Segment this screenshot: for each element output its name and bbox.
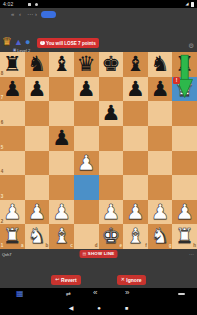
warning-icon: ! xyxy=(40,41,45,46)
file-label: b xyxy=(46,244,49,249)
piece-white-pawn: ♟ xyxy=(148,200,173,225)
actions-row: ↩ Revert ✕ Ignore xyxy=(0,259,197,288)
lose-points-text: You will LOSE 7 points xyxy=(46,41,96,46)
nav-next-icon[interactable]: › xyxy=(35,11,37,17)
square-b5[interactable] xyxy=(25,126,50,151)
square-a3[interactable]: 3 xyxy=(0,175,25,200)
square-a2[interactable]: ♟2 xyxy=(0,200,25,225)
piece-white-pawn: ♟ xyxy=(74,151,99,176)
piece-white-pawn: ♟ xyxy=(0,200,25,225)
nav-first-icon[interactable]: « xyxy=(11,11,14,17)
clock: 4:02 xyxy=(3,1,14,7)
square-g3[interactable] xyxy=(148,175,173,200)
square-g2[interactable]: ♟ xyxy=(148,200,173,225)
square-g6[interactable] xyxy=(148,101,173,126)
sphere-icon[interactable]: ● xyxy=(25,38,30,47)
square-h8[interactable]: ♜ xyxy=(172,52,197,77)
square-f7[interactable]: ♟ xyxy=(123,77,148,102)
square-c3[interactable] xyxy=(49,175,74,200)
square-b4[interactable] xyxy=(25,151,50,176)
square-e4[interactable] xyxy=(99,151,124,176)
square-c8[interactable]: ♝ xyxy=(49,52,74,77)
piece-white-pawn: ♟ xyxy=(172,200,197,225)
wifi-icon: ◢ xyxy=(185,2,188,6)
phone-screen: 4:02 ◢ « ‹ ⋯ › ♛ ▲ ● ▣ Level 2 ! You wil… xyxy=(0,0,197,315)
piece-black-king: ♚ xyxy=(99,52,124,77)
chess-board: ♜8♞♝♛♚♝♞♜♟7♟♟♟♟♛6♟5♟4♟3♟2♟♟♟♟♟♟♜1a♞b♝cd♚… xyxy=(0,52,197,249)
square-b7[interactable]: ♟ xyxy=(25,77,50,102)
revert-icon: ↩ xyxy=(55,277,59,282)
android-nav-bar: ◀ ● ■ xyxy=(0,300,197,315)
square-e8[interactable]: ♚ xyxy=(99,52,124,77)
control-bar: ▦ ⇄ « » xyxy=(0,288,197,300)
show-line-button[interactable]: ▤ SHOW LINE xyxy=(79,250,118,259)
piece-white-bishop: ♝ xyxy=(123,224,148,249)
square-b2[interactable]: ♟ xyxy=(25,200,50,225)
app-header: « ‹ ⋯ › ♛ ▲ ● ▣ Level 2 ! You will LOSE … xyxy=(0,8,197,52)
square-g7[interactable]: ♟ xyxy=(148,77,173,102)
square-g5[interactable] xyxy=(148,126,173,151)
board-grid: ♜8♞♝♛♚♝♞♜♟7♟♟♟♟♛6♟5♟4♟3♟2♟♟♟♟♟♟♜1a♞b♝cd♚… xyxy=(0,52,197,249)
file-label: h xyxy=(193,244,196,249)
square-h2[interactable]: ♟ xyxy=(172,200,197,225)
square-b6[interactable] xyxy=(25,101,50,126)
overflow-icon[interactable]: ⋯ xyxy=(189,252,194,257)
square-g4[interactable] xyxy=(148,151,173,176)
threat-alert-badge: ! xyxy=(173,77,180,84)
square-e2[interactable]: ♟ xyxy=(99,200,124,225)
android-home-button[interactable]: ● xyxy=(97,305,101,311)
primary-pill-button[interactable] xyxy=(41,11,56,18)
piece-white-pawn: ♟ xyxy=(123,200,148,225)
square-c1[interactable]: ♝c xyxy=(49,224,74,249)
piece-black-pawn: ♟ xyxy=(74,77,99,102)
square-h3[interactable] xyxy=(172,175,197,200)
android-back-button[interactable]: ◀ xyxy=(69,305,74,311)
piece-black-pawn: ♟ xyxy=(0,77,25,102)
square-h6[interactable] xyxy=(172,101,197,126)
square-a5[interactable]: 5 xyxy=(0,126,25,151)
android-recents-button[interactable]: ■ xyxy=(125,305,128,311)
square-f8[interactable]: ♝ xyxy=(123,52,148,77)
piece-black-queen: ♛ xyxy=(74,52,99,77)
square-f2[interactable]: ♟ xyxy=(123,200,148,225)
piece-black-knight: ♞ xyxy=(25,52,50,77)
square-a8[interactable]: ♜8 xyxy=(0,52,25,77)
piece-black-pawn: ♟ xyxy=(123,77,148,102)
square-f5[interactable] xyxy=(123,126,148,151)
square-h5[interactable] xyxy=(172,126,197,151)
file-label: f xyxy=(145,244,147,249)
square-b3[interactable] xyxy=(25,175,50,200)
piece-black-rook: ♜ xyxy=(172,52,197,77)
square-e1[interactable]: ♚e xyxy=(99,224,124,249)
piece-black-rook: ♜ xyxy=(0,52,25,77)
forward-icon[interactable]: » xyxy=(125,289,129,297)
file-label: e xyxy=(120,244,123,249)
square-b8[interactable]: ♞ xyxy=(25,52,50,77)
flip-board-icon[interactable]: ⇄ xyxy=(66,291,71,297)
square-d5[interactable] xyxy=(74,126,99,151)
piece-black-pawn: ♟ xyxy=(49,126,74,151)
square-g8[interactable]: ♞ xyxy=(148,52,173,77)
square-c7[interactable] xyxy=(49,77,74,102)
ignore-icon: ✕ xyxy=(121,277,125,282)
piece-white-pawn: ♟ xyxy=(49,200,74,225)
file-label: g xyxy=(169,244,172,249)
board-subbar: Qxh7 ▤ SHOW LINE ⋯ xyxy=(0,249,197,259)
square-a7[interactable]: ♟7 xyxy=(0,77,25,102)
gear-icon[interactable]: ⚙ xyxy=(188,43,194,50)
square-c5[interactable]: ♟ xyxy=(49,126,74,151)
grid-icon[interactable]: ▦ xyxy=(16,290,24,298)
hide-bar-handle[interactable] xyxy=(178,293,185,295)
piece-white-pawn: ♟ xyxy=(25,200,50,225)
notification-icon xyxy=(35,3,38,6)
square-d1[interactable]: d xyxy=(74,224,99,249)
square-d8[interactable]: ♛ xyxy=(74,52,99,77)
show-line-icon: ▤ xyxy=(83,252,87,256)
piece-black-bishop: ♝ xyxy=(123,52,148,77)
piece-black-pawn: ♟ xyxy=(148,77,173,102)
square-f4[interactable] xyxy=(123,151,148,176)
square-a1[interactable]: ♜1a xyxy=(0,224,25,249)
piece-black-bishop: ♝ xyxy=(49,52,74,77)
notification-icon xyxy=(28,3,31,6)
rewind-icon[interactable]: « xyxy=(93,289,97,297)
status-bar: 4:02 ◢ xyxy=(0,0,197,8)
square-c2[interactable]: ♟ xyxy=(49,200,74,225)
piece-black-pawn: ♟ xyxy=(25,77,50,102)
square-f1[interactable]: ♝f xyxy=(123,224,148,249)
square-e6[interactable]: ♟ xyxy=(99,101,124,126)
square-b1[interactable]: ♞b xyxy=(25,224,50,249)
square-a6[interactable]: 6 xyxy=(0,101,25,126)
lose-points-badge: ! You will LOSE 7 points xyxy=(37,38,99,48)
piece-black-pawn: ♟ xyxy=(99,101,124,126)
square-e5[interactable] xyxy=(99,126,124,151)
triangle-icon[interactable]: ▲ xyxy=(14,38,23,47)
square-d3[interactable] xyxy=(74,175,99,200)
square-c6[interactable] xyxy=(49,101,74,126)
square-h4[interactable] xyxy=(172,151,197,176)
square-e3[interactable] xyxy=(99,175,124,200)
square-a4[interactable]: 4 xyxy=(0,151,25,176)
square-d7[interactable]: ♟ xyxy=(74,77,99,102)
revert-button[interactable]: ↩ Revert xyxy=(51,275,80,286)
square-d6[interactable] xyxy=(74,101,99,126)
square-d4[interactable]: ♟ xyxy=(74,151,99,176)
ignore-button[interactable]: ✕ Ignore xyxy=(117,275,146,286)
square-d2[interactable] xyxy=(74,200,99,225)
square-f3[interactable] xyxy=(123,175,148,200)
piece-white-pawn: ♟ xyxy=(99,200,124,225)
trophy-icon: ♛ xyxy=(2,36,12,47)
square-h1[interactable]: ♜h xyxy=(172,224,197,249)
file-label: a xyxy=(21,244,24,249)
nav-prev-icon[interactable]: ‹ xyxy=(19,11,21,17)
file-label: c xyxy=(70,244,73,249)
battery-icon xyxy=(191,2,195,7)
file-label: d xyxy=(95,244,98,249)
move-text: Qxh7 xyxy=(2,252,12,257)
nav-more-icon[interactable]: ⋯ xyxy=(27,11,33,17)
square-g1[interactable]: ♞g xyxy=(148,224,173,249)
square-e7[interactable] xyxy=(99,77,124,102)
piece-black-knight: ♞ xyxy=(148,52,173,77)
square-c4[interactable] xyxy=(49,151,74,176)
square-f6[interactable] xyxy=(123,101,148,126)
